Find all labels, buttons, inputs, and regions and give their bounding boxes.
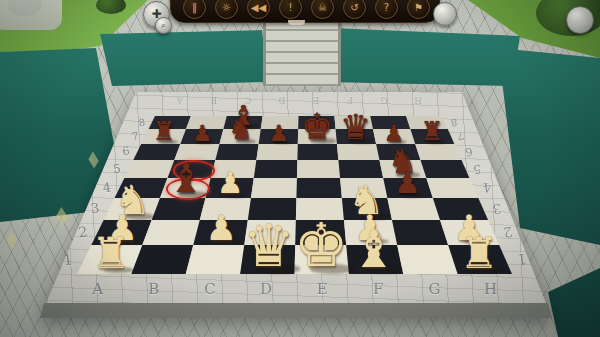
camera-orbit-button[interactable]: [433, 2, 457, 26]
warning-icon: !: [280, 0, 301, 18]
file-label-back-g: G: [374, 95, 394, 105]
pause-button[interactable]: ‖: [183, 0, 206, 19]
threats-button[interactable]: ☠: [311, 0, 334, 19]
toolbar-collapse-handle[interactable]: [288, 20, 305, 25]
file-label-a: A: [88, 280, 108, 298]
file-label-back-d: D: [272, 95, 292, 105]
help-button[interactable]: ?: [375, 0, 398, 19]
stone-sphere-button[interactable]: [566, 6, 594, 34]
rank-label-right-6: 6: [458, 144, 480, 160]
rank-label-left-5: 5: [106, 160, 128, 177]
file-label-back-c: C: [238, 95, 258, 105]
file-label-back-b: B: [204, 95, 224, 105]
file-label-back-a: A: [170, 95, 190, 105]
file-label-g: G: [424, 280, 444, 298]
rank-label-right-4: 4: [476, 179, 498, 197]
rank-label-right-5: 5: [466, 160, 488, 177]
file-label-e: E: [312, 280, 332, 298]
threats-icon: ☠: [312, 0, 333, 18]
rank-label-right-8: 8: [444, 115, 465, 129]
hint-icon: ☼: [216, 0, 237, 18]
rank-label-left-7: 7: [124, 129, 145, 144]
zoom-camera-button[interactable]: ⌕: [155, 17, 172, 34]
file-label-f: F: [368, 280, 388, 298]
help-icon: ?: [376, 0, 397, 18]
rank-label-left-2: 2: [72, 223, 94, 242]
file-label-c: C: [200, 280, 220, 298]
rewind-icon: ◀◀: [248, 0, 269, 18]
pause-icon: ‖: [184, 0, 205, 18]
rank-label-left-8: 8: [132, 115, 153, 129]
rank-label-right-1: 1: [511, 249, 533, 269]
file-label-b: B: [144, 280, 164, 298]
reset-view-icon: ↺: [344, 0, 365, 18]
hint-button[interactable]: ☼: [215, 0, 238, 19]
toolbar: ‖☼◀◀!☠↺?⚑: [170, 0, 440, 23]
rank-label-right-3: 3: [486, 200, 508, 218]
forfeit-icon: ⚑: [408, 0, 429, 18]
rank-label-left-1: 1: [57, 249, 79, 269]
file-label-back-f: F: [340, 95, 360, 105]
game-scene: ♝♜♟♞♟♚♛♟♜♞♝♟♟♞♞♟♟♟♟♜♛♚♝♜ AABBCCDDEEFFGGH…: [0, 0, 600, 337]
file-label-back-e: E: [306, 95, 326, 105]
rewind-button[interactable]: ◀◀: [247, 0, 270, 19]
rank-label-left-6: 6: [116, 144, 138, 160]
file-label-d: D: [256, 280, 276, 298]
reset-view-button[interactable]: ↺: [343, 0, 366, 19]
file-label-h: H: [481, 280, 501, 298]
rank-label-left-3: 3: [84, 200, 106, 218]
warning-button[interactable]: !: [279, 0, 302, 19]
board-coordinates: AABBCCDDEEFFGGHH1122334455667788: [0, 0, 600, 337]
forfeit-button[interactable]: ⚑: [407, 0, 430, 19]
magnifier-icon: ⌕: [161, 20, 166, 30]
rank-label-left-4: 4: [96, 179, 118, 197]
file-label-back-h: H: [408, 95, 428, 105]
rank-label-right-2: 2: [497, 223, 519, 242]
rank-label-right-7: 7: [450, 129, 471, 144]
